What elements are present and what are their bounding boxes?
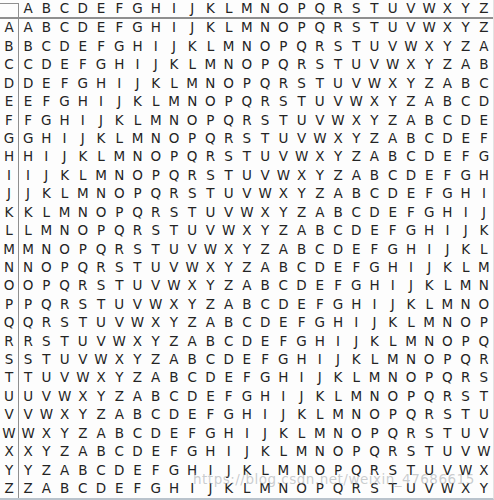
grid-cell: V [420, 480, 438, 498]
grid-cell: N [384, 369, 402, 387]
grid-cell: P [329, 461, 347, 479]
grid-cell: O [201, 93, 219, 111]
grid-cell: U [292, 111, 310, 129]
grid-cell: K [365, 332, 383, 350]
row-header-cell: W [0, 424, 19, 442]
grid-cell: C [37, 37, 55, 55]
grid-cell: S [384, 461, 402, 479]
grid-cell: N [128, 148, 146, 166]
row-header-cell: D [0, 74, 19, 92]
grid-cell: B [165, 369, 183, 387]
grid-cell: H [183, 461, 201, 479]
grid-cell: R [274, 74, 292, 92]
grid-cell: U [183, 222, 201, 240]
grid-cell: C [274, 277, 292, 295]
grid-cell: K [201, 19, 219, 37]
grid-cell: G [347, 277, 365, 295]
grid-cell: C [292, 258, 310, 276]
grid-cell: Q [128, 203, 146, 221]
grid-cell: U [92, 314, 110, 332]
grid-cell: O [55, 240, 73, 258]
grid-cell: T [457, 406, 475, 424]
grid-cell: B [475, 56, 493, 74]
grid-cell: Z [110, 387, 128, 405]
grid-cell: C [438, 111, 456, 129]
grid-cell: V [165, 258, 183, 276]
grid-cell: I [292, 369, 310, 387]
grid-cell: D [238, 332, 256, 350]
grid-cell: Y [92, 387, 110, 405]
grid-cell: Q [183, 148, 201, 166]
grid-cell: W [55, 387, 73, 405]
grid-cell: L [311, 406, 329, 424]
grid-cell: Z [475, 19, 493, 37]
grid-cell: O [438, 332, 456, 350]
grid-cell: Y [402, 74, 420, 92]
grid-cell: G [292, 332, 310, 350]
grid-cell: L [128, 111, 146, 129]
grid-cell: J [165, 37, 183, 55]
grid-cell: S [165, 203, 183, 221]
grid-cell: Q [165, 166, 183, 184]
grid-cell: A [402, 111, 420, 129]
grid-cell: D [292, 277, 310, 295]
grid-cell: W [110, 332, 128, 350]
grid-cell: H [347, 295, 365, 313]
grid-cell: D [110, 461, 128, 479]
grid-cell: K [74, 148, 92, 166]
grid-cell: G [165, 461, 183, 479]
grid-cell: R [55, 295, 73, 313]
grid-cell: N [329, 424, 347, 442]
grid-cell: A [329, 185, 347, 203]
grid-cell: K [183, 37, 201, 55]
grid-cell: Q [311, 19, 329, 37]
grid-cell: N [37, 240, 55, 258]
grid-cell: D [256, 314, 274, 332]
grid-cell: A [74, 443, 92, 461]
row-header-cell: E [0, 93, 19, 111]
grid-cell: U [147, 258, 165, 276]
grid-cell: A [457, 56, 475, 74]
grid-cell: R [420, 406, 438, 424]
grid-cell: O [256, 37, 274, 55]
grid-cell: X [238, 222, 256, 240]
grid-cell: P [274, 37, 292, 55]
grid-cell: R [384, 443, 402, 461]
grid-cell: K [274, 424, 292, 442]
grid-cell: L [92, 148, 110, 166]
grid-cell: T [165, 222, 183, 240]
grid-cell: P [147, 166, 165, 184]
grid-cell: R [74, 277, 92, 295]
grid-cell: O [92, 203, 110, 221]
grid-cell: Q [110, 222, 128, 240]
grid-cell: V [37, 387, 55, 405]
grid-cell: B [220, 314, 238, 332]
grid-cell: A [274, 240, 292, 258]
grid-cell: L [37, 203, 55, 221]
grid-cell: Q [19, 314, 37, 332]
grid-cell: V [92, 332, 110, 350]
grid-cell: Z [311, 185, 329, 203]
grid-cell: O [457, 314, 475, 332]
grid-cell: M [201, 56, 219, 74]
grid-cell: M [74, 185, 92, 203]
grid-cell: E [110, 480, 128, 498]
grid-cell: W [365, 74, 383, 92]
grid-cell: Z [292, 203, 310, 221]
grid-cell: L [347, 369, 365, 387]
grid-cell: J [402, 277, 420, 295]
grid-cell: O [347, 424, 365, 442]
grid-cell: L [19, 222, 37, 240]
grid-cell: Q [238, 93, 256, 111]
grid-cell: G [402, 222, 420, 240]
grid-cell: V [475, 424, 493, 442]
grid-cell: I [92, 93, 110, 111]
grid-cell: V [274, 148, 292, 166]
grid-cell: A [128, 387, 146, 405]
grid-cell: S [402, 443, 420, 461]
grid-cell: S [128, 240, 146, 258]
grid-cell: M [292, 443, 310, 461]
grid-cell: X [110, 351, 128, 369]
grid-cell: Z [402, 93, 420, 111]
grid-cell: B [329, 203, 347, 221]
grid-cell: B [147, 387, 165, 405]
column-header-cell: E [92, 0, 110, 19]
grid-cell: M [92, 166, 110, 184]
grid-cell: L [438, 277, 456, 295]
grid-cell: O [238, 56, 256, 74]
grid-cell: V [147, 277, 165, 295]
grid-cell: O [220, 74, 238, 92]
grid-cell: S [37, 332, 55, 350]
grid-cell: W [74, 369, 92, 387]
grid-cell: W [384, 56, 402, 74]
grid-cell: U [201, 203, 219, 221]
grid-cell: J [183, 19, 201, 37]
grid-cell: W [347, 93, 365, 111]
grid-cell: A [292, 222, 310, 240]
grid-cell: T [438, 424, 456, 442]
grid-cell: W [311, 130, 329, 148]
grid-cell: Z [19, 480, 37, 498]
grid-cell: S [365, 480, 383, 498]
grid-cell: R [19, 332, 37, 350]
grid-cell: R [92, 258, 110, 276]
grid-cell: R [292, 56, 310, 74]
grid-cell: U [37, 369, 55, 387]
grid-cell: C [329, 222, 347, 240]
grid-cell: B [55, 480, 73, 498]
grid-cell: B [457, 74, 475, 92]
row-header-cell: X [0, 443, 19, 461]
grid-cell: N [365, 387, 383, 405]
grid-cell: W [402, 37, 420, 55]
grid-cell: Y [329, 148, 347, 166]
grid-cell: V [402, 19, 420, 37]
grid-cell: U [165, 240, 183, 258]
grid-cell: T [420, 443, 438, 461]
column-header-cell: C [55, 0, 73, 19]
grid-cell: Y [384, 93, 402, 111]
grid-cell: E [238, 351, 256, 369]
grid-cell: G [220, 406, 238, 424]
row-header-cell: O [0, 277, 19, 295]
row-header-cell: V [0, 406, 19, 424]
grid-cell: W [183, 258, 201, 276]
grid-cell: Y [438, 37, 456, 55]
grid-cell: X [274, 185, 292, 203]
grid-cell: A [347, 166, 365, 184]
grid-cell: P [420, 369, 438, 387]
grid-cell: B [128, 406, 146, 424]
grid-cell: C [256, 295, 274, 313]
grid-cell: H [19, 148, 37, 166]
grid-cell: L [110, 130, 128, 148]
grid-cell: D [329, 240, 347, 258]
grid-cell: J [238, 443, 256, 461]
grid-cell: X [256, 203, 274, 221]
grid-cell: O [329, 443, 347, 461]
grid-cell: J [365, 314, 383, 332]
grid-cell: L [475, 240, 493, 258]
grid-cell: E [402, 185, 420, 203]
grid-cell: E [292, 295, 310, 313]
grid-cell: S [201, 166, 219, 184]
grid-cell: J [438, 240, 456, 258]
grid-cell: Z [201, 295, 219, 313]
grid-cell: T [402, 461, 420, 479]
column-header-cell: W [420, 0, 438, 19]
grid-cell: Q [74, 258, 92, 276]
grid-cell: Q [420, 387, 438, 405]
grid-cell: B [384, 148, 402, 166]
grid-cell: D [475, 93, 493, 111]
grid-cell: I [238, 424, 256, 442]
grid-cell: I [384, 277, 402, 295]
grid-cell: Z [220, 277, 238, 295]
grid-cell: J [347, 332, 365, 350]
grid-cell: Y [183, 295, 201, 313]
grid-cell: F [147, 461, 165, 479]
grid-cell: G [128, 19, 146, 37]
grid-cell: B [365, 166, 383, 184]
grid-cell: L [256, 461, 274, 479]
grid-cell: G [74, 74, 92, 92]
grid-cell: D [183, 387, 201, 405]
grid-cell: C [183, 369, 201, 387]
grid-cell: Y [420, 56, 438, 74]
grid-cell: P [238, 74, 256, 92]
grid-cell: W [475, 443, 493, 461]
grid-cell: K [19, 203, 37, 221]
grid-cell: X [347, 111, 365, 129]
grid-cell: B [183, 351, 201, 369]
grid-cell: T [74, 314, 92, 332]
grid-cell: F [347, 258, 365, 276]
grid-cell: I [165, 19, 183, 37]
grid-cell: K [165, 56, 183, 74]
grid-cell: N [201, 74, 219, 92]
grid-cell: R [365, 461, 383, 479]
grid-cell: N [438, 314, 456, 332]
grid-cell: P [183, 130, 201, 148]
grid-cell: H [220, 424, 238, 442]
grid-cell: X [147, 314, 165, 332]
grid-cell: J [256, 424, 274, 442]
grid-cell: T [55, 332, 73, 350]
grid-cell: H [110, 56, 128, 74]
grid-cell: I [201, 461, 219, 479]
grid-cell: E [311, 277, 329, 295]
grid-cell: I [457, 203, 475, 221]
grid-cell: H [365, 277, 383, 295]
grid-cell: E [438, 148, 456, 166]
grid-cell: Y [347, 130, 365, 148]
grid-cell: V [457, 443, 475, 461]
corner-cell [0, 3, 19, 19]
grid-cell: P [438, 351, 456, 369]
grid-cell: D [420, 148, 438, 166]
grid-cell: Q [274, 56, 292, 74]
grid-cell: M [19, 240, 37, 258]
grid-cell: U [420, 461, 438, 479]
row-header-cell: Y [0, 461, 19, 479]
grid-cell: F [329, 277, 347, 295]
grid-cell: Z [128, 369, 146, 387]
grid-cell: D [55, 37, 73, 55]
grid-cell: D [438, 130, 456, 148]
grid-cell: T [274, 111, 292, 129]
grid-cell: C [311, 240, 329, 258]
grid-cell: A [37, 480, 55, 498]
grid-cell: Y [37, 443, 55, 461]
grid-cell: W [37, 406, 55, 424]
grid-cell: A [165, 351, 183, 369]
grid-cell: E [128, 461, 146, 479]
row-header-cell: G [0, 130, 19, 148]
row-header-cell: J [0, 185, 19, 203]
grid-cell: F [55, 74, 73, 92]
grid-cell: K [147, 74, 165, 92]
grid-cell: Z [37, 461, 55, 479]
grid-cell: Y [457, 19, 475, 37]
grid-cell: L [365, 351, 383, 369]
grid-cell: F [457, 148, 475, 166]
grid-cell: T [329, 56, 347, 74]
grid-cell: I [475, 185, 493, 203]
grid-cell: J [37, 166, 55, 184]
grid-cell: U [256, 148, 274, 166]
grid-cell: N [256, 19, 274, 37]
grid-cell: V [183, 240, 201, 258]
grid-cell: C [147, 406, 165, 424]
grid-cell: E [183, 406, 201, 424]
grid-cell: T [311, 74, 329, 92]
grid-cell: X [365, 93, 383, 111]
grid-cell: H [274, 369, 292, 387]
grid-cell: X [420, 37, 438, 55]
grid-cell: S [92, 277, 110, 295]
grid-cell: J [55, 148, 73, 166]
grid-cell: E [365, 222, 383, 240]
grid-cell: S [238, 130, 256, 148]
grid-cell: D [37, 56, 55, 74]
grid-cell: T [238, 148, 256, 166]
grid-cell: C [365, 185, 383, 203]
grid-cell: H [384, 258, 402, 276]
grid-cell: I [274, 387, 292, 405]
grid-cell: T [37, 351, 55, 369]
grid-cell: M [183, 74, 201, 92]
column-header-cell: Q [311, 0, 329, 19]
row-header-cell: C [0, 56, 19, 74]
grid-cell: L [329, 387, 347, 405]
grid-cell: L [457, 258, 475, 276]
grid-cell: U [347, 56, 365, 74]
grid-cell: K [347, 351, 365, 369]
grid-cell: Q [329, 480, 347, 498]
grid-cell: X [128, 332, 146, 350]
grid-cell: C [19, 56, 37, 74]
grid-cell: X [402, 56, 420, 74]
column-header-cell: Z [475, 0, 493, 19]
grid-cell: F [110, 19, 128, 37]
row-header-cell: A [0, 19, 19, 37]
grid-cell: Y [128, 351, 146, 369]
grid-cell: D [92, 480, 110, 498]
column-header-cell: R [329, 0, 347, 19]
grid-cell: B [74, 461, 92, 479]
grid-cell: N [55, 222, 73, 240]
grid-cell: Y [74, 406, 92, 424]
grid-cell: Z [365, 130, 383, 148]
grid-cell: H [329, 314, 347, 332]
grid-cell: W [201, 240, 219, 258]
grid-cell: Y [19, 461, 37, 479]
grid-cell: V [365, 56, 383, 74]
grid-cell: C [128, 424, 146, 442]
grid-cell: R [220, 130, 238, 148]
grid-cell: L [420, 295, 438, 313]
grid-cell: N [292, 461, 310, 479]
grid-cell: U [438, 443, 456, 461]
grid-cell: Y [256, 222, 274, 240]
grid-cell: B [438, 93, 456, 111]
grid-cell: M [256, 480, 274, 498]
grid-cell: U [238, 166, 256, 184]
grid-cell: A [55, 461, 73, 479]
grid-cell: F [256, 351, 274, 369]
grid-cell: A [19, 19, 37, 37]
column-header-cell: A [19, 0, 37, 19]
column-header-cell: T [365, 0, 383, 19]
grid-cell: N [457, 295, 475, 313]
grid-cell: X [201, 258, 219, 276]
column-header-cell: Y [457, 0, 475, 19]
grid-cell: S [256, 111, 274, 129]
grid-cell: M [347, 387, 365, 405]
grid-cell: H [238, 406, 256, 424]
grid-cell: T [147, 240, 165, 258]
grid-cell: Q [438, 369, 456, 387]
grid-cell: O [420, 351, 438, 369]
grid-cell: F [220, 387, 238, 405]
grid-cell: E [201, 387, 219, 405]
